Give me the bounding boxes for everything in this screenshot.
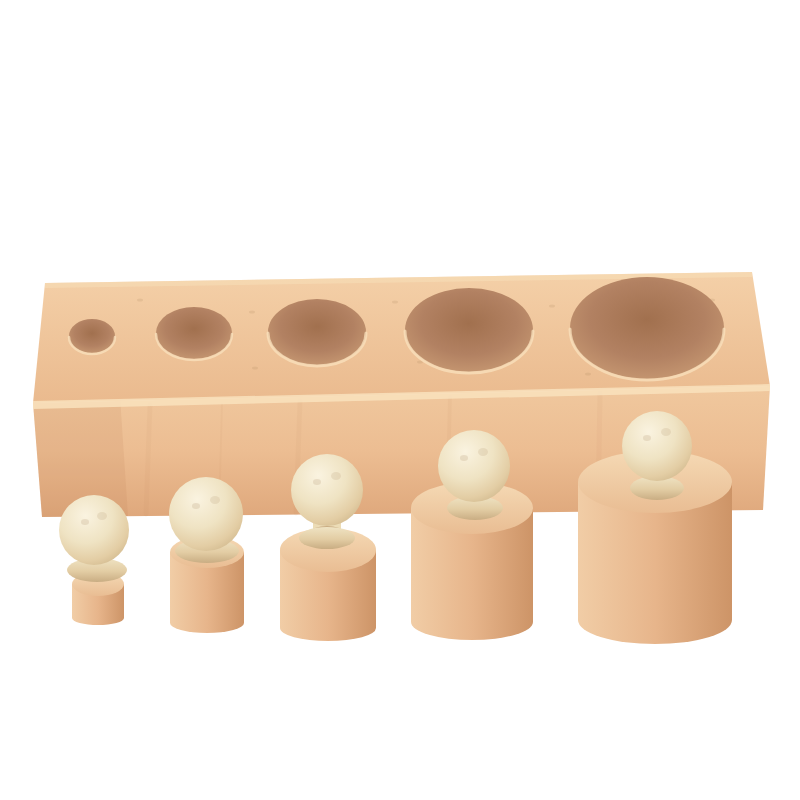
cylinder-3-knob-base bbox=[299, 527, 355, 549]
cylinder-3-knob-ball bbox=[291, 454, 363, 526]
socket-5-largest[interactable] bbox=[570, 277, 724, 380]
wood-fleck bbox=[252, 367, 258, 370]
cylinder-4-ball-freckle bbox=[478, 448, 488, 456]
product-photo-canvas bbox=[0, 0, 800, 800]
wood-fleck bbox=[549, 305, 555, 308]
cylinder-5-ball-freckle bbox=[661, 428, 671, 436]
cylinder-1-ball-freckle bbox=[97, 512, 107, 520]
cylinder-2-ball-freckle bbox=[192, 503, 200, 509]
wood-fleck bbox=[585, 373, 591, 376]
wood-fleck bbox=[137, 299, 143, 302]
cylinder-3-ball-freckle bbox=[313, 479, 321, 485]
socket-1-smallest[interactable] bbox=[69, 319, 115, 354]
socket-3[interactable] bbox=[268, 299, 366, 366]
wood-fleck bbox=[249, 311, 255, 314]
wood-fleck bbox=[392, 301, 398, 304]
cylinder-5-ball-freckle bbox=[643, 435, 651, 441]
socket-4[interactable] bbox=[405, 288, 533, 373]
cylinder-5-knob-ball bbox=[622, 411, 692, 481]
knobbed-cylinder-2[interactable] bbox=[169, 477, 244, 633]
cylinder-4-knob-ball bbox=[438, 430, 510, 502]
cylinder-1-knob-ball bbox=[59, 495, 129, 565]
cylinder-1-ball-freckle bbox=[81, 519, 89, 525]
cylinder-2-ball-freckle bbox=[210, 496, 220, 504]
cylinder-2-knob-ball bbox=[169, 477, 243, 551]
cylinder-3-ball-freckle bbox=[331, 472, 341, 480]
socket-2[interactable] bbox=[156, 307, 232, 360]
cylinder-4-ball-freckle bbox=[460, 455, 468, 461]
knobbed-cylinder-3[interactable] bbox=[280, 454, 376, 641]
